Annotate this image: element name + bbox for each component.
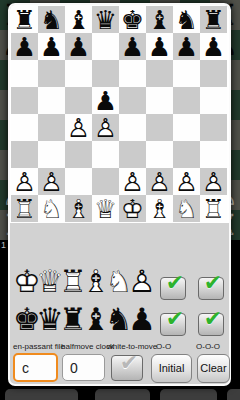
piece-white-queen: ♛♕: [92, 195, 119, 222]
piece-black-rook: ♜: [200, 6, 227, 33]
palette-white-queen[interactable]: ♛♕: [36, 264, 59, 300]
check-icon: ✔: [163, 271, 187, 295]
background-button-shape: [5, 389, 78, 400]
square-f6[interactable]: [146, 60, 173, 87]
clear-button[interactable]: Clear: [197, 354, 230, 383]
square-g2[interactable]: ♟♙: [173, 168, 200, 195]
palette-white-rook[interactable]: ♜♖: [59, 264, 82, 300]
square-a7[interactable]: ♟: [11, 33, 38, 60]
square-c8[interactable]: ♝: [65, 6, 92, 33]
square-f8[interactable]: ♝: [146, 6, 173, 33]
piece-black-knight: ♞: [173, 6, 200, 33]
palette-white-bishop[interactable]: ♝♗: [82, 264, 105, 300]
piece-white-rook: ♜♖: [11, 195, 38, 222]
square-a5[interactable]: [11, 87, 38, 114]
square-d6[interactable]: [92, 60, 119, 87]
square-b2[interactable]: ♟♙: [38, 168, 65, 195]
board-frame: ♜♞♝♛♚♝♞♜♟♟♟♟♟♟♟♟♟♙♟♙♟♙♟♙♟♙♟♙♟♙♟♙♜♖♞♘♝♗♛♕…: [10, 5, 229, 223]
square-a3[interactable]: [11, 141, 38, 168]
square-h6[interactable]: [200, 60, 227, 87]
square-f3[interactable]: [146, 141, 173, 168]
check-icon: ✔: [163, 307, 187, 331]
square-c7[interactable]: ♟: [65, 33, 92, 60]
piece-white-pawn: ♟♙: [11, 168, 38, 195]
square-h2[interactable]: ♟♙: [200, 168, 227, 195]
piece-white-knight: ♞♘: [38, 195, 65, 222]
square-c6[interactable]: [65, 60, 92, 87]
square-g7[interactable]: ♟: [173, 33, 200, 60]
square-a8[interactable]: ♜: [11, 6, 38, 33]
piece-black-knight: ♞: [38, 6, 65, 33]
square-b4[interactable]: [38, 114, 65, 141]
palette-black-queen[interactable]: ♛: [36, 302, 59, 338]
piece-white-knight: ♞♘: [173, 195, 200, 222]
palette-black-knight[interactable]: ♞: [105, 302, 128, 338]
piece-white-king: ♚♔: [13, 264, 36, 300]
piece-black-knight: ♞: [105, 302, 128, 338]
background-button-shape: [95, 389, 150, 400]
piece-white-bishop: ♝♗: [146, 195, 173, 222]
square-b8[interactable]: ♞: [38, 6, 65, 33]
square-f2[interactable]: ♟♙: [146, 168, 173, 195]
piece-black-pawn: ♟: [173, 33, 200, 60]
square-g3[interactable]: [173, 141, 200, 168]
piece-black-rook: ♜: [59, 302, 82, 338]
palette-black-row: ♚♛♜♝♞♟: [13, 302, 151, 338]
check-icon: ✔: [201, 271, 225, 295]
palette-black-bishop[interactable]: ♝: [82, 302, 105, 338]
background-button-shape: [160, 389, 217, 400]
piece-white-pawn: ♟♙: [119, 168, 146, 195]
piece-black-queen: ♛: [92, 6, 119, 33]
halfmove-input[interactable]: [62, 354, 105, 381]
square-c2[interactable]: [65, 168, 92, 195]
square-e1[interactable]: ♚♔: [119, 195, 146, 222]
square-d3[interactable]: [92, 141, 119, 168]
palette-black-rook[interactable]: ♜: [59, 302, 82, 338]
square-a2[interactable]: ♟♙: [11, 168, 38, 195]
square-h4[interactable]: [200, 114, 227, 141]
square-g5[interactable]: [173, 87, 200, 114]
square-e3[interactable]: [119, 141, 146, 168]
palette-white-pawn[interactable]: ♟♙: [128, 264, 151, 300]
piece-black-pawn: ♟: [11, 33, 38, 60]
square-h8[interactable]: ♜: [200, 6, 227, 33]
piece-white-pawn: ♟♙: [173, 168, 200, 195]
square-f1[interactable]: ♝♗: [146, 195, 173, 222]
piece-white-pawn: ♟♙: [92, 114, 119, 141]
white-kingside-castle-checkbox[interactable]: ✔: [160, 277, 186, 300]
square-c4[interactable]: ♟♙: [65, 114, 92, 141]
square-d5[interactable]: ♟: [92, 87, 119, 114]
square-e6[interactable]: [119, 60, 146, 87]
palette-black-king[interactable]: ♚: [13, 302, 36, 338]
piece-black-pawn: ♟: [200, 33, 227, 60]
piece-white-king: ♚♔: [119, 195, 146, 222]
square-a6[interactable]: [11, 60, 38, 87]
board-editor-dialog: ♜♞♝♛♚♝♞♜♟♟♟♟♟♟♟♟♟♙♟♙♟♙♟♙♟♙♟♙♟♙♟♙♜♖♞♘♝♗♛♕…: [8, 3, 231, 386]
square-g4[interactable]: [173, 114, 200, 141]
ooo-label: O-O-O: [196, 342, 220, 351]
square-f5[interactable]: [146, 87, 173, 114]
square-h1[interactable]: ♜♖: [200, 195, 227, 222]
palette-white-knight[interactable]: ♞♘: [105, 264, 128, 300]
square-c3[interactable]: [65, 141, 92, 168]
piece-white-queen: ♛♕: [36, 264, 59, 300]
piece-black-king: ♚: [119, 6, 146, 33]
chess-board: ♜♞♝♛♚♝♞♜♟♟♟♟♟♟♟♟♟♙♟♙♟♙♟♙♟♙♟♙♟♙♟♙♜♖♞♘♝♗♛♕…: [11, 6, 227, 222]
square-e4[interactable]: [119, 114, 146, 141]
piece-black-pawn: ♟: [38, 33, 65, 60]
black-queenside-castle-checkbox[interactable]: ✔: [198, 313, 224, 336]
check-icon: ✔: [201, 307, 225, 331]
piece-black-pawn: ♟: [128, 302, 151, 338]
square-e8[interactable]: ♚: [119, 6, 146, 33]
piece-white-rook: ♜♖: [200, 195, 227, 222]
square-c1[interactable]: ♝♗: [65, 195, 92, 222]
black-kingside-castle-checkbox[interactable]: ✔: [160, 313, 186, 336]
piece-white-rook: ♜♖: [59, 264, 82, 300]
background-button-shape: [227, 389, 240, 400]
piece-white-bishop: ♝♗: [65, 195, 92, 222]
square-b6[interactable]: [38, 60, 65, 87]
screen: ♜♞♝♛♚♝♞♜♟♟♟♟♟♟♟♟♙♙♙♙♙♙♙♙♖♘♗♕♔♗♘♖ 1 ♜♞♝♛♚…: [0, 0, 240, 400]
piece-white-pawn: ♟♙: [200, 168, 227, 195]
check-icon: ✔: [114, 351, 144, 375]
square-f7[interactable]: ♟: [146, 33, 173, 60]
square-a4[interactable]: [11, 114, 38, 141]
background-rank-label: 1: [1, 240, 6, 250]
square-b1[interactable]: ♞♘: [38, 195, 65, 222]
square-a1[interactable]: ♜♖: [11, 195, 38, 222]
en-passant-label: en-passant file: [13, 342, 65, 351]
square-h7[interactable]: ♟: [200, 33, 227, 60]
square-b7[interactable]: ♟: [38, 33, 65, 60]
white-queenside-castle-checkbox[interactable]: ✔: [198, 277, 224, 300]
initial-button[interactable]: Initial: [151, 354, 192, 383]
square-b3[interactable]: [38, 141, 65, 168]
square-d2[interactable]: [92, 168, 119, 195]
white-to-move-checkbox[interactable]: ✔: [111, 355, 143, 381]
piece-black-queen: ♛: [36, 302, 59, 338]
square-d8[interactable]: ♛: [92, 6, 119, 33]
piece-black-pawn: ♟: [146, 33, 173, 60]
halfmove-label: halfmove clock: [61, 342, 114, 351]
piece-white-pawn: ♟♙: [38, 168, 65, 195]
piece-white-pawn: ♟♙: [146, 168, 173, 195]
piece-white-knight: ♞♘: [105, 264, 128, 300]
square-d1[interactable]: ♛♕: [92, 195, 119, 222]
piece-black-pawn: ♟: [119, 33, 146, 60]
piece-white-pawn: ♟♙: [65, 114, 92, 141]
piece-black-bishop: ♝: [146, 6, 173, 33]
square-e2[interactable]: ♟♙: [119, 168, 146, 195]
piece-black-pawn: ♟: [92, 87, 119, 114]
square-g1[interactable]: ♞♘: [173, 195, 200, 222]
square-h3[interactable]: [200, 141, 227, 168]
square-g6[interactable]: [173, 60, 200, 87]
palette-white-row: ♚♔♛♕♜♖♝♗♞♘♟♙: [13, 264, 151, 300]
piece-white-bishop: ♝♗: [82, 264, 105, 300]
square-c5[interactable]: [65, 87, 92, 114]
square-d4[interactable]: ♟♙: [92, 114, 119, 141]
piece-black-rook: ♜: [11, 6, 38, 33]
piece-black-bishop: ♝: [65, 6, 92, 33]
palette-white-king[interactable]: ♚♔: [13, 264, 36, 300]
square-e7[interactable]: ♟: [119, 33, 146, 60]
en-passant-input[interactable]: [13, 353, 58, 382]
piece-black-bishop: ♝: [82, 302, 105, 338]
piece-black-king: ♚: [13, 302, 36, 338]
square-g8[interactable]: ♞: [173, 6, 200, 33]
piece-black-pawn: ♟: [65, 33, 92, 60]
square-b5[interactable]: [38, 87, 65, 114]
square-f4[interactable]: [146, 114, 173, 141]
square-h5[interactable]: [200, 87, 227, 114]
square-e5[interactable]: [119, 87, 146, 114]
piece-white-pawn: ♟♙: [128, 264, 151, 300]
oo-label: O-O: [156, 342, 171, 351]
palette-black-pawn[interactable]: ♟: [128, 302, 151, 338]
square-d7[interactable]: [92, 33, 119, 60]
